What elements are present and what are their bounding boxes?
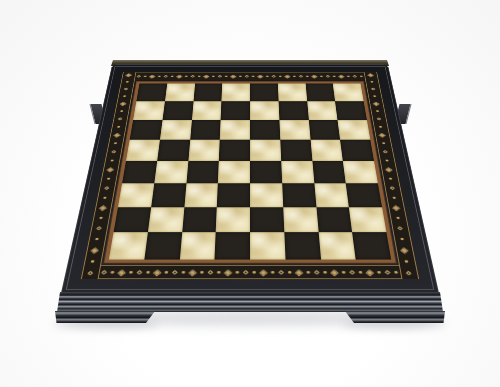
- square-h3: [346, 183, 382, 207]
- square-d8: [222, 84, 250, 102]
- square-g8: [305, 84, 335, 102]
- square-b2: [148, 207, 184, 232]
- square-g4: [312, 161, 346, 183]
- square-h1: [352, 232, 391, 259]
- square-a8: [136, 84, 167, 102]
- square-c4: [186, 161, 219, 183]
- board-top-surface: ◈•⋄•◈•⋄•◈•⋄•◈•⋄•◈•⋄•◈•⋄•◈•⋄•◈•⋄•◈•⋄•◈•⋄•…: [61, 64, 439, 293]
- square-b7: [162, 101, 193, 120]
- square-e8: [250, 84, 278, 102]
- square-f5: [280, 140, 312, 161]
- square-d4: [218, 161, 250, 183]
- copper-trim: [103, 81, 396, 263]
- square-h8: [333, 84, 364, 102]
- square-f2: [283, 207, 318, 232]
- square-a6: [130, 120, 163, 140]
- square-e3: [250, 183, 283, 207]
- square-h5: [340, 140, 374, 161]
- square-h4: [343, 161, 378, 183]
- square-h7: [335, 101, 367, 120]
- square-d6: [220, 120, 250, 140]
- square-g1: [318, 232, 356, 259]
- square-d3: [217, 183, 250, 207]
- square-c3: [184, 183, 218, 207]
- square-e5: [250, 140, 281, 161]
- square-c8: [193, 84, 222, 102]
- square-g6: [308, 120, 340, 140]
- square-d1: [215, 232, 250, 259]
- front-right-foot: [345, 311, 445, 323]
- square-b1: [144, 232, 182, 259]
- perspective-scene: ◈•⋄•◈•⋄•◈•⋄•◈•⋄•◈•⋄•◈•⋄•◈•⋄•◈•⋄•◈•⋄•◈•⋄•…: [61, 0, 439, 293]
- square-e7: [250, 101, 279, 120]
- square-g5: [310, 140, 343, 161]
- square-c2: [182, 207, 217, 232]
- square-b4: [154, 161, 188, 183]
- checkerboard: [109, 84, 391, 260]
- square-h6: [338, 120, 371, 140]
- square-g7: [307, 101, 338, 120]
- square-d7: [221, 101, 250, 120]
- square-d5: [219, 140, 250, 161]
- square-c5: [188, 140, 220, 161]
- square-g3: [314, 183, 349, 207]
- square-f7: [278, 101, 308, 120]
- square-f8: [278, 84, 307, 102]
- square-f4: [281, 161, 314, 183]
- square-a1: [109, 232, 148, 259]
- square-f6: [279, 120, 310, 140]
- square-b8: [165, 84, 195, 102]
- square-f1: [284, 232, 320, 259]
- square-b3: [151, 183, 186, 207]
- square-a2: [114, 207, 151, 232]
- square-f3: [282, 183, 316, 207]
- square-b6: [160, 120, 192, 140]
- square-e6: [250, 120, 280, 140]
- square-e4: [250, 161, 282, 183]
- square-e2: [250, 207, 284, 232]
- square-c6: [190, 120, 221, 140]
- inlay-band-bottom: ◈•⋄•◈•⋄•◈•⋄•◈•⋄•◈•⋄•◈•⋄•◈•⋄•◈•⋄•◈•⋄•◈•⋄•…: [81, 265, 419, 279]
- front-left-foot: [55, 311, 155, 323]
- square-a3: [118, 183, 154, 207]
- square-a4: [122, 161, 157, 183]
- board-front-molding: [57, 292, 443, 312]
- square-a5: [126, 140, 160, 161]
- square-c7: [192, 101, 222, 120]
- chessboard-product-photo: ◈•⋄•◈•⋄•◈•⋄•◈•⋄•◈•⋄•◈•⋄•◈•⋄•◈•⋄•◈•⋄•◈•⋄•…: [0, 0, 500, 387]
- square-a7: [133, 101, 165, 120]
- square-d2: [216, 207, 250, 232]
- square-c1: [179, 232, 215, 259]
- square-e1: [250, 232, 285, 259]
- square-h2: [349, 207, 386, 232]
- square-b5: [157, 140, 190, 161]
- square-g2: [316, 207, 352, 232]
- inlay-band-top: ◈•⋄•◈•⋄•◈•⋄•◈•⋄•◈•⋄•◈•⋄•◈•⋄•◈•⋄•◈•⋄•◈•⋄•…: [121, 72, 378, 80]
